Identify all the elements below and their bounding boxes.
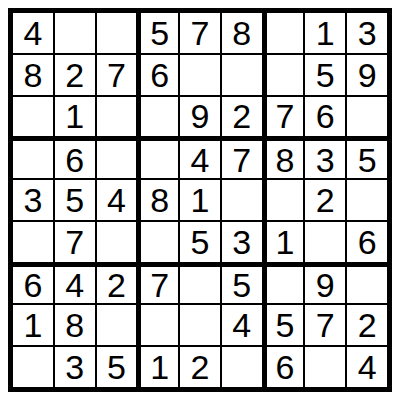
cell-r8c9: 2: [347, 305, 387, 345]
cell-r7c2: 4: [55, 264, 95, 304]
cell-r4c7: 8: [264, 138, 304, 178]
cell-r1c9: 3: [347, 13, 387, 53]
cell-r1c4: 5: [138, 13, 178, 53]
cell-r1c5: 7: [180, 13, 220, 53]
cell-r8c8: 7: [305, 305, 345, 345]
cell-r3c1[interactable]: [13, 97, 53, 137]
cell-r6c9: 6: [347, 222, 387, 262]
cell-r6c2: 7: [55, 222, 95, 262]
cell-r7c3: 2: [97, 264, 137, 304]
cell-r8c2: 8: [55, 305, 95, 345]
cell-r4c2: 6: [55, 138, 95, 178]
cell-r4c1[interactable]: [13, 138, 53, 178]
cell-r6c3[interactable]: [97, 222, 137, 262]
cell-r9c6[interactable]: [222, 347, 262, 387]
cell-r3c5: 9: [180, 97, 220, 137]
cell-r1c6: 8: [222, 13, 262, 53]
cell-r4c8: 3: [305, 138, 345, 178]
cell-r9c7: 6: [264, 347, 304, 387]
cell-r5c7[interactable]: [264, 180, 304, 220]
cell-r9c3: 5: [97, 347, 137, 387]
cell-r6c6: 3: [222, 222, 262, 262]
cell-r7c8: 9: [305, 264, 345, 304]
cell-r6c1[interactable]: [13, 222, 53, 262]
cell-r2c2: 2: [55, 55, 95, 95]
cell-r2c9: 9: [347, 55, 387, 95]
cell-r6c8[interactable]: [305, 222, 345, 262]
cell-r2c7[interactable]: [264, 55, 304, 95]
cell-r4c6: 7: [222, 138, 262, 178]
cell-r3c4[interactable]: [138, 97, 178, 137]
cell-r8c5[interactable]: [180, 305, 220, 345]
cell-r4c5: 4: [180, 138, 220, 178]
cell-r4c9: 5: [347, 138, 387, 178]
cell-r9c8[interactable]: [305, 347, 345, 387]
cell-r3c7: 7: [264, 97, 304, 137]
cell-r7c5[interactable]: [180, 264, 220, 304]
cell-r9c9: 4: [347, 347, 387, 387]
cell-r5c4: 8: [138, 180, 178, 220]
cell-r8c3[interactable]: [97, 305, 137, 345]
cell-r7c1: 6: [13, 264, 53, 304]
cell-r5c3: 4: [97, 180, 137, 220]
cell-r5c8: 2: [305, 180, 345, 220]
cell-r1c7[interactable]: [264, 13, 304, 53]
cell-r5c9[interactable]: [347, 180, 387, 220]
cell-r6c5: 5: [180, 222, 220, 262]
cell-r7c6: 5: [222, 264, 262, 304]
cell-r1c1: 4: [13, 13, 53, 53]
cell-r5c1: 3: [13, 180, 53, 220]
cell-r3c3[interactable]: [97, 97, 137, 137]
cell-r3c2: 1: [55, 97, 95, 137]
cell-r5c6[interactable]: [222, 180, 262, 220]
cell-r4c3[interactable]: [97, 138, 137, 178]
cell-r2c6[interactable]: [222, 55, 262, 95]
cell-r3c6: 2: [222, 97, 262, 137]
sudoku-page: 4578138276591927664783535481275316642759…: [0, 0, 400, 400]
cell-r2c5[interactable]: [180, 55, 220, 95]
cell-r7c9[interactable]: [347, 264, 387, 304]
cell-r3c8: 6: [305, 97, 345, 137]
cell-r2c1: 8: [13, 55, 53, 95]
cell-r8c4[interactable]: [138, 305, 178, 345]
cell-r8c6: 4: [222, 305, 262, 345]
cell-r4c4[interactable]: [138, 138, 178, 178]
cell-r7c7[interactable]: [264, 264, 304, 304]
cell-r7c4: 7: [138, 264, 178, 304]
cell-r8c7: 5: [264, 305, 304, 345]
sudoku-board: 4578138276591927664783535481275316642759…: [8, 8, 392, 392]
cell-r8c1: 1: [13, 305, 53, 345]
cell-r6c7: 1: [264, 222, 304, 262]
cell-r9c4: 1: [138, 347, 178, 387]
cell-r1c2[interactable]: [55, 13, 95, 53]
cell-r9c1[interactable]: [13, 347, 53, 387]
cell-r2c4: 6: [138, 55, 178, 95]
cell-r5c2: 5: [55, 180, 95, 220]
cell-r2c8: 5: [305, 55, 345, 95]
cell-r3c9[interactable]: [347, 97, 387, 137]
cell-r1c8: 1: [305, 13, 345, 53]
cell-r6c4[interactable]: [138, 222, 178, 262]
cell-r1c3[interactable]: [97, 13, 137, 53]
cell-r9c5: 2: [180, 347, 220, 387]
cell-r9c2: 3: [55, 347, 95, 387]
cell-r2c3: 7: [97, 55, 137, 95]
cell-r5c5: 1: [180, 180, 220, 220]
